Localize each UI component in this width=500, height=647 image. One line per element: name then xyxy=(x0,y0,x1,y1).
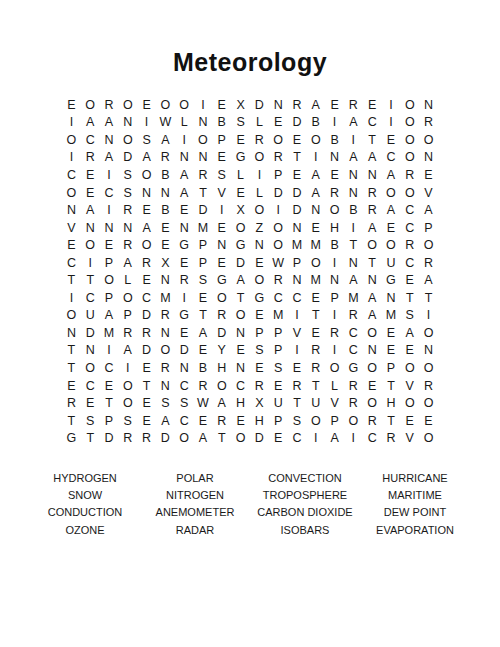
grid-cell: R xyxy=(118,429,137,447)
grid-cell: O xyxy=(231,307,250,325)
word-list-item: CARBON DIOXIDE xyxy=(257,504,352,521)
grid-cell: P xyxy=(100,289,119,307)
grid-cell: X xyxy=(250,394,269,412)
grid-cell: M xyxy=(156,289,175,307)
grid-cell: O xyxy=(306,254,325,272)
grid-cell: L xyxy=(250,184,269,202)
grid-cell: O xyxy=(419,359,438,377)
grid-cell: D xyxy=(100,429,119,447)
grid-cell: C xyxy=(81,377,100,395)
grid-cell: O xyxy=(363,359,382,377)
grid-cell: S xyxy=(137,131,156,149)
grid-cell: S xyxy=(118,412,137,430)
grid-cell: A xyxy=(363,307,382,325)
grid-cell: V xyxy=(288,324,307,342)
grid-cell: V xyxy=(325,394,344,412)
word-list-column: POLARNITROGENANEMOMETERRADAR xyxy=(140,470,250,539)
grid-cell: O xyxy=(419,429,438,447)
grid-cell: E xyxy=(62,96,81,114)
word-list-item: POLAR xyxy=(176,470,213,487)
grid-cell: T xyxy=(62,359,81,377)
grid-cell: O xyxy=(400,184,419,202)
grid-cell: E xyxy=(325,96,344,114)
grid-cell: L xyxy=(118,271,137,289)
grid-cell: A xyxy=(231,271,250,289)
grid-cell: E xyxy=(100,236,119,254)
grid-cell: O xyxy=(306,131,325,149)
grid-cell: R xyxy=(306,342,325,360)
grid-cell: I xyxy=(62,114,81,132)
grid-cell: C xyxy=(175,412,194,430)
grid-cell: D xyxy=(175,342,194,360)
grid-cell: I xyxy=(81,254,100,272)
grid-cell: P xyxy=(269,166,288,184)
grid-cell: C xyxy=(288,429,307,447)
grid-cell: N xyxy=(288,219,307,237)
grid-cell: I xyxy=(288,342,307,360)
grid-cell: A xyxy=(156,131,175,149)
grid-cell: D xyxy=(288,184,307,202)
grid-cell: C xyxy=(175,377,194,395)
grid-cell: N xyxy=(62,324,81,342)
grid-cell: S xyxy=(156,394,175,412)
grid-cell: M xyxy=(269,307,288,325)
grid-cell: C xyxy=(288,289,307,307)
grid-cell: O xyxy=(363,324,382,342)
grid-cell: S xyxy=(231,114,250,132)
grid-cell: G xyxy=(382,271,401,289)
grid-cell: P xyxy=(212,131,231,149)
grid-cell: O xyxy=(137,236,156,254)
grid-cell: S xyxy=(269,359,288,377)
grid-cell: E xyxy=(419,166,438,184)
grid-cell: I xyxy=(250,166,269,184)
grid-cell: R xyxy=(250,377,269,395)
grid-cell: X xyxy=(156,254,175,272)
grid-cell: A xyxy=(382,201,401,219)
grid-cell: V xyxy=(62,219,81,237)
grid-cell: I xyxy=(175,289,194,307)
grid-cell: R xyxy=(306,359,325,377)
grid-cell: N xyxy=(156,324,175,342)
grid-cell: E xyxy=(137,412,156,430)
grid-cell: C xyxy=(269,289,288,307)
grid-cell: A xyxy=(306,96,325,114)
grid-cell: O xyxy=(400,131,419,149)
grid-cell: E xyxy=(194,342,213,360)
grid-cell: H xyxy=(212,359,231,377)
grid-cell: C xyxy=(100,359,119,377)
grid-cell: E xyxy=(306,289,325,307)
grid-cell: A xyxy=(100,307,119,325)
grid-cell: O xyxy=(400,96,419,114)
grid-cell: L xyxy=(325,377,344,395)
grid-cell: I xyxy=(419,307,438,325)
grid-cell: T xyxy=(62,412,81,430)
grid-cell: C xyxy=(400,201,419,219)
grid-cell: P xyxy=(325,412,344,430)
grid-cell: V xyxy=(400,377,419,395)
grid-cell: M xyxy=(344,289,363,307)
grid-cell: W xyxy=(156,114,175,132)
grid-cell: E xyxy=(400,342,419,360)
grid-cell: I xyxy=(288,307,307,325)
grid-cell: R xyxy=(118,201,137,219)
grid-cell: E xyxy=(194,289,213,307)
grid-cell: O xyxy=(212,377,231,395)
grid-cell: P xyxy=(100,412,119,430)
grid-cell: N xyxy=(81,342,100,360)
grid-cell: R xyxy=(400,166,419,184)
grid-cell: E xyxy=(212,149,231,167)
grid-cell: N xyxy=(344,254,363,272)
grid-cell: R xyxy=(118,324,137,342)
grid-cell: E xyxy=(231,342,250,360)
grid-cell: O xyxy=(325,359,344,377)
grid-cell: A xyxy=(344,149,363,167)
grid-cell: O xyxy=(382,236,401,254)
grid-cell: R xyxy=(419,114,438,132)
grid-cell: O xyxy=(400,149,419,167)
grid-cell: N xyxy=(62,201,81,219)
word-list-item: HYDROGEN xyxy=(53,470,117,487)
grid-cell: I xyxy=(382,114,401,132)
grid-cell: N xyxy=(250,236,269,254)
grid-cell: N xyxy=(288,271,307,289)
grid-cell: O xyxy=(175,96,194,114)
grid-cell: R xyxy=(81,149,100,167)
grid-cell: B xyxy=(344,201,363,219)
puzzle-title: Meteorology xyxy=(0,0,500,76)
grid-cell: P xyxy=(100,254,119,272)
word-list-item: CONVECTION xyxy=(268,470,341,487)
grid-cell: T xyxy=(344,236,363,254)
grid-cell: N xyxy=(212,236,231,254)
grid-cell: O xyxy=(269,219,288,237)
grid-cell: O xyxy=(306,412,325,430)
grid-cell: R xyxy=(269,149,288,167)
word-list-column: HYDROGENSNOWCONDUCTIONOZONE xyxy=(30,470,140,539)
grid-cell: A xyxy=(382,166,401,184)
grid-cell: M xyxy=(100,324,119,342)
word-list-column: HURRICANEMARITIMEDEW POINTEVAPORATION xyxy=(360,470,470,539)
grid-cell: G xyxy=(212,271,231,289)
grid-cell: R xyxy=(212,412,231,430)
grid-cell: C xyxy=(363,114,382,132)
grid-cell: G xyxy=(231,236,250,254)
grid-cell: I xyxy=(62,289,81,307)
grid-cell: O xyxy=(62,307,81,325)
grid-cell: T xyxy=(212,429,231,447)
grid-cell: H xyxy=(325,219,344,237)
grid-cell: E xyxy=(400,271,419,289)
grid-cell: D xyxy=(231,254,250,272)
grid-cell: O xyxy=(419,324,438,342)
grid-cell: E xyxy=(288,359,307,377)
grid-cell: S xyxy=(400,307,419,325)
grid-cell: C xyxy=(363,429,382,447)
grid-cell: A xyxy=(81,114,100,132)
grid-cell: E xyxy=(269,114,288,132)
grid-cell: O xyxy=(269,131,288,149)
grid-cell: U xyxy=(81,307,100,325)
grid-cell: E xyxy=(175,201,194,219)
grid-cell: Y xyxy=(212,342,231,360)
grid-cell: P xyxy=(194,236,213,254)
grid-cell: A xyxy=(194,324,213,342)
word-list-item: ISOBARS xyxy=(281,522,330,539)
grid-cell: P xyxy=(325,289,344,307)
grid-cell: E xyxy=(175,254,194,272)
grid-cell: P xyxy=(382,359,401,377)
grid-cell: N xyxy=(363,271,382,289)
grid-cell: O xyxy=(269,236,288,254)
word-list-item: CONDUCTION xyxy=(48,504,123,521)
grid-cell: T xyxy=(62,271,81,289)
grid-cell: E xyxy=(363,377,382,395)
grid-cell: B xyxy=(194,359,213,377)
grid-cell: R xyxy=(400,236,419,254)
grid-cell: N xyxy=(175,149,194,167)
grid-cell: U xyxy=(269,394,288,412)
grid-cell: V xyxy=(419,184,438,202)
grid-cell: E xyxy=(137,271,156,289)
grid-cell: P xyxy=(288,254,307,272)
grid-cell: T xyxy=(288,149,307,167)
grid-cell: B xyxy=(306,114,325,132)
grid-cell: O xyxy=(419,236,438,254)
grid-cell: R xyxy=(137,429,156,447)
grid-cell: T xyxy=(194,184,213,202)
grid-cell: E xyxy=(250,254,269,272)
grid-cell: T xyxy=(382,377,401,395)
grid-cell: R xyxy=(288,377,307,395)
grid-cell: N xyxy=(100,131,119,149)
grid-cell: R xyxy=(156,359,175,377)
grid-cell: N xyxy=(363,166,382,184)
grid-cell: C xyxy=(81,289,100,307)
grid-cell: T xyxy=(231,289,250,307)
grid-cell: E xyxy=(81,166,100,184)
grid-cell: N xyxy=(231,359,250,377)
letter-grid: EOROEOOIEXDNRAEREIONIAANIWLNBSLEDBIACIOR… xyxy=(62,96,438,447)
grid-cell: N xyxy=(194,114,213,132)
grid-cell: N xyxy=(363,342,382,360)
grid-cell: E xyxy=(419,412,438,430)
grid-cell: E xyxy=(81,394,100,412)
grid-cell: S xyxy=(175,394,194,412)
grid-cell: N xyxy=(325,149,344,167)
grid-cell: E xyxy=(212,254,231,272)
grid-cell: B xyxy=(325,131,344,149)
grid-cell: A xyxy=(363,289,382,307)
grid-cell: A xyxy=(344,271,363,289)
grid-cell: I xyxy=(306,149,325,167)
grid-cell: R xyxy=(269,271,288,289)
grid-cell: B xyxy=(156,166,175,184)
grid-cell: R xyxy=(325,184,344,202)
grid-cell: R xyxy=(288,96,307,114)
grid-cell: O xyxy=(137,166,156,184)
grid-cell: R xyxy=(156,307,175,325)
grid-cell: A xyxy=(175,184,194,202)
grid-cell: C xyxy=(382,149,401,167)
grid-cell: O xyxy=(100,271,119,289)
grid-cell: I xyxy=(62,149,81,167)
grid-cell: P xyxy=(419,219,438,237)
grid-cell: N xyxy=(175,219,194,237)
grid-cell: I xyxy=(100,342,119,360)
grid-cell: G xyxy=(231,149,250,167)
word-list: HYDROGENSNOWCONDUCTIONOZONEPOLARNITROGEN… xyxy=(30,470,470,539)
grid-cell: G xyxy=(175,307,194,325)
grid-cell: R xyxy=(363,184,382,202)
grid-cell: P xyxy=(118,307,137,325)
grid-cell: C xyxy=(62,254,81,272)
grid-cell: R xyxy=(344,377,363,395)
grid-cell: S xyxy=(250,342,269,360)
grid-cell: O xyxy=(231,429,250,447)
grid-cell: N xyxy=(269,96,288,114)
grid-cell: I xyxy=(137,114,156,132)
grid-cell: N xyxy=(156,184,175,202)
grid-cell: C xyxy=(344,324,363,342)
grid-cell: O xyxy=(81,96,100,114)
grid-cell: E xyxy=(81,184,100,202)
grid-cell: O xyxy=(175,429,194,447)
grid-cell: E xyxy=(175,324,194,342)
grid-cell: O xyxy=(325,201,344,219)
grid-cell: E xyxy=(363,96,382,114)
word-list-item: OZONE xyxy=(65,522,104,539)
grid-cell: N xyxy=(100,219,119,237)
grid-cell: R xyxy=(194,377,213,395)
grid-cell: E xyxy=(194,412,213,430)
grid-cell: I xyxy=(325,254,344,272)
grid-cell: N xyxy=(118,114,137,132)
grid-cell: D xyxy=(81,324,100,342)
grid-cell: A xyxy=(344,114,363,132)
grid-cell: E xyxy=(382,219,401,237)
grid-cell: I xyxy=(212,201,231,219)
grid-cell: H xyxy=(382,394,401,412)
grid-cell: C xyxy=(81,131,100,149)
grid-cell: N xyxy=(137,184,156,202)
grid-cell: S xyxy=(118,166,137,184)
grid-cell: L xyxy=(175,114,194,132)
grid-cell: O xyxy=(250,271,269,289)
grid-cell: T xyxy=(306,377,325,395)
word-list-item: NITROGEN xyxy=(166,487,224,504)
grid-cell: D xyxy=(269,184,288,202)
grid-cell: E xyxy=(325,166,344,184)
grid-cell: A xyxy=(306,184,325,202)
grid-cell: D xyxy=(288,201,307,219)
grid-cell: R xyxy=(382,429,401,447)
grid-cell: O xyxy=(118,394,137,412)
grid-cell: E xyxy=(156,219,175,237)
grid-cell: E xyxy=(269,429,288,447)
grid-cell: I xyxy=(382,96,401,114)
grid-cell: E xyxy=(382,131,401,149)
grid-cell: L xyxy=(250,114,269,132)
grid-cell: R xyxy=(344,307,363,325)
grid-cell: N xyxy=(419,342,438,360)
grid-cell: I xyxy=(325,342,344,360)
grid-cell: R xyxy=(344,96,363,114)
grid-cell: N xyxy=(419,149,438,167)
grid-cell: R xyxy=(62,394,81,412)
grid-cell: I xyxy=(325,307,344,325)
grid-cell: N xyxy=(194,149,213,167)
grid-cell: P xyxy=(269,324,288,342)
grid-cell: E xyxy=(62,236,81,254)
word-list-column: CONVECTIONTROPOSPHERECARBON DIOXIDEISOBA… xyxy=(250,470,360,539)
grid-cell: T xyxy=(62,342,81,360)
grid-cell: T xyxy=(419,289,438,307)
grid-cell: N xyxy=(81,219,100,237)
grid-cell: E xyxy=(231,131,250,149)
grid-cell: E xyxy=(400,412,419,430)
grid-cell: R xyxy=(194,166,213,184)
grid-cell: E xyxy=(137,394,156,412)
grid-cell: A xyxy=(419,201,438,219)
grid-cell: U xyxy=(306,394,325,412)
grid-cell: O xyxy=(118,377,137,395)
grid-cell: N xyxy=(175,359,194,377)
grid-cell: N xyxy=(382,289,401,307)
grid-cell: N xyxy=(344,166,363,184)
grid-cell: A xyxy=(118,254,137,272)
grid-cell: V xyxy=(212,184,231,202)
grid-cell: I xyxy=(269,201,288,219)
grid-cell: O xyxy=(250,201,269,219)
grid-cell: A xyxy=(306,166,325,184)
grid-cell: A xyxy=(363,219,382,237)
grid-cell: N xyxy=(118,219,137,237)
grid-cell: S xyxy=(194,271,213,289)
grid-cell: H xyxy=(250,412,269,430)
grid-cell: D xyxy=(137,342,156,360)
grid-cell: E xyxy=(269,377,288,395)
grid-cell: C xyxy=(231,377,250,395)
word-list-item: TROPOSPHERE xyxy=(263,487,347,504)
grid-cell: D xyxy=(118,149,137,167)
grid-cell: E xyxy=(212,96,231,114)
grid-cell: I xyxy=(175,131,194,149)
grid-cell: O xyxy=(212,289,231,307)
grid-cell: S xyxy=(118,184,137,202)
grid-cell: R xyxy=(156,149,175,167)
word-list-item: DEW POINT xyxy=(384,504,446,521)
grid-cell: E xyxy=(288,131,307,149)
grid-cell: D xyxy=(250,96,269,114)
grid-cell: O xyxy=(250,149,269,167)
grid-cell: O xyxy=(194,131,213,149)
grid-cell: T xyxy=(288,394,307,412)
grid-cell: R xyxy=(118,236,137,254)
grid-cell: B xyxy=(325,236,344,254)
grid-cell: E xyxy=(231,184,250,202)
grid-cell: O xyxy=(81,359,100,377)
grid-cell: C xyxy=(62,166,81,184)
grid-cell: T xyxy=(100,394,119,412)
grid-cell: T xyxy=(137,377,156,395)
grid-cell: E xyxy=(306,324,325,342)
grid-cell: R xyxy=(363,201,382,219)
grid-cell: T xyxy=(363,131,382,149)
grid-cell: G xyxy=(62,429,81,447)
